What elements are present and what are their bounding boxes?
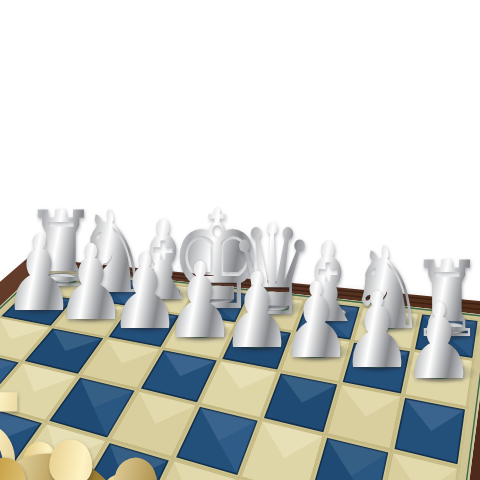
product-photo-stage: ♜♞♝♚♟♛♟♝♟♞♜♟♟♟♟♟♟♟♟♟♝♟♟♚♟♛♝♞♜ <box>0 0 480 480</box>
chess-pieces-layer: ♜♞♝♚♟♛♟♝♟♞♜♟♟♟♟♟♟♟♟♟♝♟♟♚♟♛♝♞♜ <box>0 0 480 480</box>
